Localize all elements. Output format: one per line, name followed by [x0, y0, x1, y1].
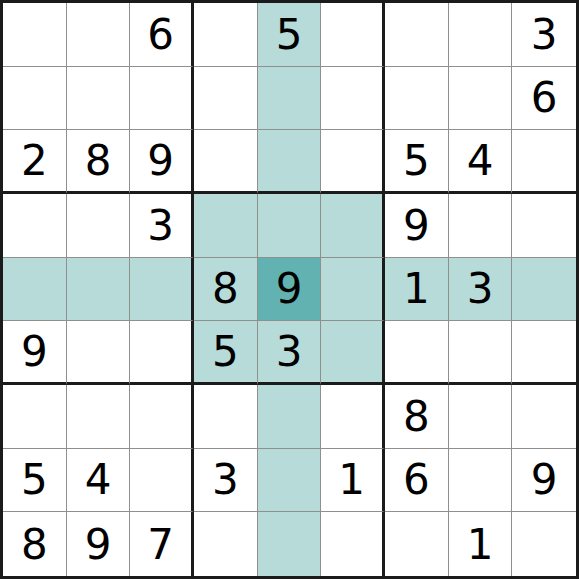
- cell-r5c9[interactable]: [512, 258, 576, 322]
- cell-r7c6[interactable]: [321, 385, 385, 449]
- cell-r9c9[interactable]: [512, 512, 576, 576]
- cell-r7c4[interactable]: [194, 385, 258, 449]
- cell-r7c2[interactable]: [67, 385, 131, 449]
- cell-r7c1[interactable]: [3, 385, 67, 449]
- cell-r1c7[interactable]: [385, 3, 449, 67]
- cell-r5c5[interactable]: 9: [258, 258, 322, 322]
- cell-r6c2[interactable]: [67, 321, 131, 385]
- cell-r9c7[interactable]: [385, 512, 449, 576]
- cell-r3c5[interactable]: [258, 130, 322, 194]
- cell-r9c5[interactable]: [258, 512, 322, 576]
- cell-r1c2[interactable]: [67, 3, 131, 67]
- cell-r2c4[interactable]: [194, 67, 258, 131]
- cell-r4c6[interactable]: [321, 194, 385, 258]
- cell-r3c8[interactable]: 4: [449, 130, 513, 194]
- cell-r2c3[interactable]: [130, 67, 194, 131]
- cell-r9c3[interactable]: 7: [130, 512, 194, 576]
- cell-r3c4[interactable]: [194, 130, 258, 194]
- cell-r8c3[interactable]: [130, 449, 194, 513]
- cell-r6c4[interactable]: 5: [194, 321, 258, 385]
- cell-r5c6[interactable]: [321, 258, 385, 322]
- cell-r2c2[interactable]: [67, 67, 131, 131]
- cell-r8c5[interactable]: [258, 449, 322, 513]
- cell-r4c5[interactable]: [258, 194, 322, 258]
- cell-r7c9[interactable]: [512, 385, 576, 449]
- cell-r3c7[interactable]: 5: [385, 130, 449, 194]
- cell-r6c3[interactable]: [130, 321, 194, 385]
- cell-r6c8[interactable]: [449, 321, 513, 385]
- cell-r5c4[interactable]: 8: [194, 258, 258, 322]
- cell-r6c5[interactable]: 3: [258, 321, 322, 385]
- cell-r9c8[interactable]: 1: [449, 512, 513, 576]
- cell-r2c9[interactable]: 6: [512, 67, 576, 131]
- cell-r8c6[interactable]: 1: [321, 449, 385, 513]
- cell-r1c3[interactable]: 6: [130, 3, 194, 67]
- cell-r6c7[interactable]: [385, 321, 449, 385]
- cell-r8c4[interactable]: 3: [194, 449, 258, 513]
- cell-r8c1[interactable]: 5: [3, 449, 67, 513]
- cell-r3c2[interactable]: 8: [67, 130, 131, 194]
- cell-r1c4[interactable]: [194, 3, 258, 67]
- cell-r8c2[interactable]: 4: [67, 449, 131, 513]
- cell-r9c1[interactable]: 8: [3, 512, 67, 576]
- cell-r1c1[interactable]: [3, 3, 67, 67]
- cell-r8c7[interactable]: 6: [385, 449, 449, 513]
- cell-r9c6[interactable]: [321, 512, 385, 576]
- cell-r1c8[interactable]: [449, 3, 513, 67]
- cell-r5c7[interactable]: 1: [385, 258, 449, 322]
- cell-r2c6[interactable]: [321, 67, 385, 131]
- cell-r3c6[interactable]: [321, 130, 385, 194]
- cell-r4c2[interactable]: [67, 194, 131, 258]
- cell-r4c1[interactable]: [3, 194, 67, 258]
- cell-r5c2[interactable]: [67, 258, 131, 322]
- sudoku-board: 65362895439891395385431698971: [0, 0, 579, 579]
- cell-r5c1[interactable]: [3, 258, 67, 322]
- cell-r2c5[interactable]: [258, 67, 322, 131]
- cell-r7c7[interactable]: 8: [385, 385, 449, 449]
- cell-r4c3[interactable]: 3: [130, 194, 194, 258]
- cell-r2c1[interactable]: [3, 67, 67, 131]
- cell-r5c8[interactable]: 3: [449, 258, 513, 322]
- cell-r1c6[interactable]: [321, 3, 385, 67]
- cell-r8c9[interactable]: 9: [512, 449, 576, 513]
- cell-r6c6[interactable]: [321, 321, 385, 385]
- cell-r6c9[interactable]: [512, 321, 576, 385]
- cell-r4c8[interactable]: [449, 194, 513, 258]
- cell-r6c1[interactable]: 9: [3, 321, 67, 385]
- cell-r9c2[interactable]: 9: [67, 512, 131, 576]
- cell-r3c1[interactable]: 2: [3, 130, 67, 194]
- cell-r9c4[interactable]: [194, 512, 258, 576]
- cell-r3c3[interactable]: 9: [130, 130, 194, 194]
- cell-r7c3[interactable]: [130, 385, 194, 449]
- cell-r4c4[interactable]: [194, 194, 258, 258]
- cell-r2c7[interactable]: [385, 67, 449, 131]
- cell-r5c3[interactable]: [130, 258, 194, 322]
- cell-r2c8[interactable]: [449, 67, 513, 131]
- cell-r7c8[interactable]: [449, 385, 513, 449]
- cell-r7c5[interactable]: [258, 385, 322, 449]
- cell-r1c9[interactable]: 3: [512, 3, 576, 67]
- cell-r3c9[interactable]: [512, 130, 576, 194]
- cell-r1c5[interactable]: 5: [258, 3, 322, 67]
- cell-r4c7[interactable]: 9: [385, 194, 449, 258]
- cell-r8c8[interactable]: [449, 449, 513, 513]
- cell-r4c9[interactable]: [512, 194, 576, 258]
